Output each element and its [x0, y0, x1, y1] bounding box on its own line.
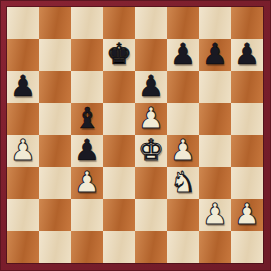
- square-b3[interactable]: [39, 167, 71, 199]
- square-f5[interactable]: [167, 103, 199, 135]
- white-knight[interactable]: ♞: [167, 167, 199, 199]
- black-pawn[interactable]: ♟: [71, 135, 103, 167]
- square-g1[interactable]: [199, 231, 231, 263]
- square-e3[interactable]: [135, 167, 167, 199]
- white-king[interactable]: ♚: [135, 135, 167, 167]
- white-pawn[interactable]: ♟: [135, 103, 167, 135]
- square-b8[interactable]: [39, 7, 71, 39]
- square-e8[interactable]: [135, 7, 167, 39]
- square-h8[interactable]: [231, 7, 263, 39]
- square-f2[interactable]: [167, 199, 199, 231]
- square-d8[interactable]: [103, 7, 135, 39]
- square-f3[interactable]: ♞: [167, 167, 199, 199]
- square-h2[interactable]: ♟: [231, 199, 263, 231]
- square-c5[interactable]: ♝: [71, 103, 103, 135]
- black-king[interactable]: ♚: [103, 39, 135, 71]
- square-c4[interactable]: ♟: [71, 135, 103, 167]
- square-g7[interactable]: ♟: [199, 39, 231, 71]
- square-b6[interactable]: [39, 71, 71, 103]
- square-c6[interactable]: [71, 71, 103, 103]
- black-bishop[interactable]: ♝: [71, 103, 103, 135]
- square-d1[interactable]: [103, 231, 135, 263]
- square-c7[interactable]: [71, 39, 103, 71]
- square-a6[interactable]: ♟: [7, 71, 39, 103]
- square-e4[interactable]: ♚: [135, 135, 167, 167]
- square-g4[interactable]: [199, 135, 231, 167]
- white-pawn[interactable]: ♟: [7, 135, 39, 167]
- square-b7[interactable]: [39, 39, 71, 71]
- black-pawn[interactable]: ♟: [199, 39, 231, 71]
- square-h1[interactable]: [231, 231, 263, 263]
- square-e6[interactable]: ♟: [135, 71, 167, 103]
- square-b2[interactable]: [39, 199, 71, 231]
- square-a2[interactable]: [7, 199, 39, 231]
- square-b1[interactable]: [39, 231, 71, 263]
- square-h6[interactable]: [231, 71, 263, 103]
- black-pawn[interactable]: ♟: [135, 71, 167, 103]
- square-d3[interactable]: [103, 167, 135, 199]
- square-a4[interactable]: ♟: [7, 135, 39, 167]
- black-pawn[interactable]: ♟: [167, 39, 199, 71]
- white-pawn[interactable]: ♟: [167, 135, 199, 167]
- square-g6[interactable]: [199, 71, 231, 103]
- chess-board: ♚♟♟♟♟♟♝♟♟♟♚♟♟♞♟♟: [7, 7, 263, 263]
- square-h5[interactable]: [231, 103, 263, 135]
- square-g2[interactable]: ♟: [199, 199, 231, 231]
- white-pawn[interactable]: ♟: [199, 199, 231, 231]
- square-h4[interactable]: [231, 135, 263, 167]
- square-a8[interactable]: [7, 7, 39, 39]
- square-c2[interactable]: [71, 199, 103, 231]
- square-b4[interactable]: [39, 135, 71, 167]
- board-frame: ♚♟♟♟♟♟♝♟♟♟♚♟♟♞♟♟: [0, 0, 271, 271]
- square-g3[interactable]: [199, 167, 231, 199]
- square-a3[interactable]: [7, 167, 39, 199]
- square-h7[interactable]: ♟: [231, 39, 263, 71]
- square-e2[interactable]: [135, 199, 167, 231]
- square-g8[interactable]: [199, 7, 231, 39]
- square-e7[interactable]: [135, 39, 167, 71]
- black-pawn[interactable]: ♟: [231, 39, 263, 71]
- square-d7[interactable]: ♚: [103, 39, 135, 71]
- square-d5[interactable]: [103, 103, 135, 135]
- square-f6[interactable]: [167, 71, 199, 103]
- black-pawn[interactable]: ♟: [7, 71, 39, 103]
- square-a1[interactable]: [7, 231, 39, 263]
- square-c1[interactable]: [71, 231, 103, 263]
- square-b5[interactable]: [39, 103, 71, 135]
- square-e5[interactable]: ♟: [135, 103, 167, 135]
- square-h3[interactable]: [231, 167, 263, 199]
- white-pawn[interactable]: ♟: [231, 199, 263, 231]
- square-c3[interactable]: ♟: [71, 167, 103, 199]
- white-pawn[interactable]: ♟: [71, 167, 103, 199]
- square-g5[interactable]: [199, 103, 231, 135]
- square-f7[interactable]: ♟: [167, 39, 199, 71]
- square-e1[interactable]: [135, 231, 167, 263]
- square-c8[interactable]: [71, 7, 103, 39]
- square-d4[interactable]: [103, 135, 135, 167]
- square-d2[interactable]: [103, 199, 135, 231]
- square-d6[interactable]: [103, 71, 135, 103]
- square-f4[interactable]: ♟: [167, 135, 199, 167]
- square-a5[interactable]: [7, 103, 39, 135]
- square-a7[interactable]: [7, 39, 39, 71]
- square-f8[interactable]: [167, 7, 199, 39]
- square-f1[interactable]: [167, 231, 199, 263]
